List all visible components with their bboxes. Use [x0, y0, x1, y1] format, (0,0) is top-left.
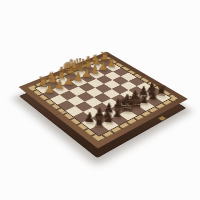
product-photo-scene: ♜♟♞♟♝♟♛♟♚♟♝♟♟♞♜♟♟♜♞♟♟♝♟♛♟♚♟♝♟♞♟♜: [0, 0, 200, 200]
black-rook-icon: ♜: [83, 115, 113, 132]
white-pawn-icon: ♟: [37, 82, 64, 96]
